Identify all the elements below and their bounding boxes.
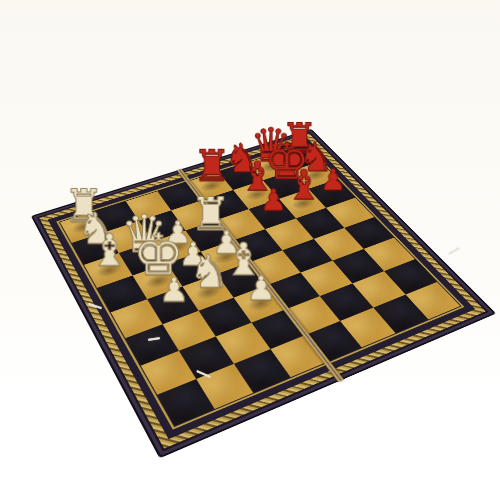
white-piece-glyph: ♟	[131, 274, 215, 306]
chess-set-photograph: ♜♜♞♛♜♞♝♚♞♝♛♟♜♟♝♟♚♟♟♟♞♝♟	[0, 0, 500, 500]
white-piece-glyph: ♟	[219, 273, 303, 305]
perspective-scene: ♜♜♞♛♜♞♝♚♞♝♛♟♜♟♝♟♚♟♟♟♞♝♟	[0, 0, 500, 500]
pieces-layer: ♜♜♞♛♜♞♝♚♞♝♛♟♜♟♝♟♚♟♟♟♞♝♟	[60, 145, 460, 426]
chess-board: ♜♜♞♛♜♞♝♚♞♝♛♟♜♟♝♟♚♟♟♟♞♝♟	[33, 130, 493, 456]
